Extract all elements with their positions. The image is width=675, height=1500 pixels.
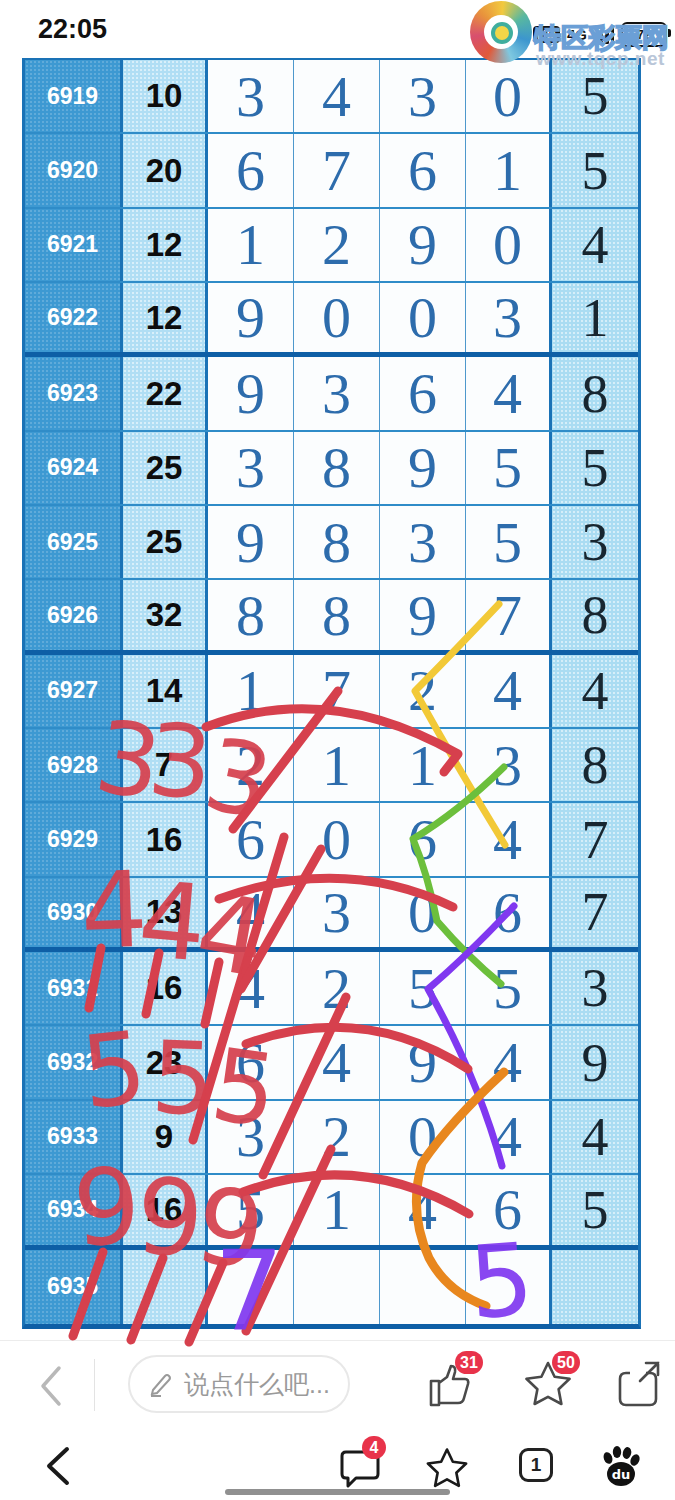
- digit-cell: [380, 1250, 466, 1324]
- share-icon[interactable]: [616, 1359, 664, 1411]
- digit-cell: 5: [380, 952, 466, 1024]
- period-cell: 6923: [25, 357, 123, 429]
- comments-badge: 4: [362, 1436, 386, 1459]
- table-row: 69242538955: [25, 432, 638, 506]
- digit-cell: [208, 1250, 294, 1324]
- digit-cell: 9: [380, 580, 466, 649]
- digit-cell: 0: [380, 1101, 466, 1173]
- tail-cell: [552, 1250, 638, 1324]
- digit-cell: 9: [380, 432, 466, 504]
- digit-cell: 5: [466, 506, 552, 578]
- digit-cell: 5: [466, 432, 552, 504]
- digit-cell: 8: [294, 432, 380, 504]
- digit-cell: 1: [466, 134, 552, 206]
- table-row: 69271417244: [25, 655, 638, 729]
- period-cell: 6927: [25, 655, 123, 727]
- tab-count-button[interactable]: 1: [519, 1448, 553, 1482]
- sum-cell: 20: [123, 134, 208, 206]
- digit-cell: 4: [466, 1026, 552, 1098]
- tail-cell: 5: [552, 60, 638, 132]
- signal-icon: [594, 26, 614, 44]
- comment-input[interactable]: 说点什么吧...: [128, 1355, 350, 1413]
- digit-cell: 1: [380, 729, 466, 801]
- digit-cell: 4: [466, 357, 552, 429]
- digit-cell: 6: [380, 357, 466, 429]
- divider: [94, 1359, 95, 1411]
- table-row: 69252598353: [25, 506, 638, 580]
- digit-cell: 3: [380, 506, 466, 578]
- period-cell: 6920: [25, 134, 123, 206]
- sum-cell: 16: [123, 803, 208, 875]
- digit-cell: 0: [294, 803, 380, 875]
- table-row: 69191034305: [25, 60, 638, 134]
- trend-table: 6919103430569202067615692112129046922129…: [22, 58, 641, 1329]
- tail-cell: 7: [552, 803, 638, 875]
- network-type: 4G: [567, 26, 587, 43]
- digit-cell: 3: [380, 60, 466, 132]
- period-cell: 6919: [25, 60, 123, 132]
- sum-cell: 25: [123, 432, 208, 504]
- digit-cell: 9: [380, 209, 466, 281]
- battery-icon: 72: [621, 22, 667, 47]
- period-cell: 6932: [25, 1026, 123, 1098]
- digit-cell: 2: [294, 1101, 380, 1173]
- sum-cell: 9: [123, 1101, 208, 1173]
- sum-cell: 22: [123, 357, 208, 429]
- status-icons: HD 4G 72: [533, 22, 667, 47]
- digit-cell: 3: [208, 432, 294, 504]
- digit-cell: 1: [294, 729, 380, 801]
- sum-cell: 13: [123, 878, 208, 947]
- digit-cell: 5: [208, 1175, 294, 1244]
- digit-cell: 0: [294, 283, 380, 352]
- digit-cell: 9: [208, 283, 294, 352]
- digit-cell: 3: [208, 1101, 294, 1173]
- digit-cell: 0: [466, 209, 552, 281]
- home-indicator[interactable]: [225, 1489, 450, 1495]
- tail-cell: 4: [552, 655, 638, 727]
- tail-cell: 7: [552, 878, 638, 947]
- digit-cell: 0: [466, 60, 552, 132]
- digit-cell: 6: [466, 1175, 552, 1244]
- period-cell: 6933: [25, 1101, 123, 1173]
- tail-cell: 5: [552, 134, 638, 206]
- svg-text:du: du: [612, 1467, 631, 1482]
- tail-cell: 4: [552, 209, 638, 281]
- table-row: 69291660647: [25, 803, 638, 877]
- status-bar: 22:05 HD 4G 72: [0, 0, 675, 58]
- tail-cell: 3: [552, 506, 638, 578]
- digit-cell: 6: [380, 803, 466, 875]
- table-row: 69221290031: [25, 283, 638, 357]
- table-row: 69341651465: [25, 1175, 638, 1249]
- nav-star-icon[interactable]: [424, 1446, 470, 1492]
- digit-cell: 6: [208, 1026, 294, 1098]
- table-row: 69311642553: [25, 952, 638, 1026]
- digit-cell: 1: [208, 209, 294, 281]
- digit-cell: 8: [208, 580, 294, 649]
- digit-cell: 4: [294, 60, 380, 132]
- digit-cell: 4: [208, 878, 294, 947]
- favorite-badge: 50: [552, 1351, 580, 1374]
- sum-cell: 25: [123, 506, 208, 578]
- digit-cell: 4: [380, 1175, 466, 1244]
- sum-cell: 14: [123, 655, 208, 727]
- sum-cell: 23: [123, 1026, 208, 1098]
- digit-cell: 3: [294, 357, 380, 429]
- period-cell: 6931: [25, 952, 123, 1024]
- app-screen: 22:05 HD 4G 72 特区彩票网 www.tqcp.net 691910…: [0, 0, 675, 1500]
- baidu-paw-icon[interactable]: du: [600, 1444, 642, 1488]
- period-cell: 6930: [25, 878, 123, 947]
- digit-cell: 3: [466, 729, 552, 801]
- digit-cell: 3: [208, 60, 294, 132]
- table-row: 69301343067: [25, 878, 638, 952]
- period-cell: 6921: [25, 209, 123, 281]
- tail-cell: 5: [552, 1175, 638, 1244]
- comment-bar: 说点什么吧... 31 50: [0, 1340, 675, 1431]
- digit-cell: 4: [466, 655, 552, 727]
- nav-back-icon[interactable]: [44, 1446, 72, 1486]
- digit-cell: 4: [208, 952, 294, 1024]
- digit-cell: 1: [294, 1175, 380, 1244]
- digit-cell: 7: [466, 580, 552, 649]
- period-cell: 6926: [25, 580, 123, 649]
- digit-cell: 6: [208, 134, 294, 206]
- back-chevron-icon[interactable]: [38, 1365, 64, 1407]
- table-row: 69202067615: [25, 134, 638, 208]
- status-time: 22:05: [38, 14, 107, 45]
- digit-cell: [466, 1250, 552, 1324]
- tail-cell: 4: [552, 1101, 638, 1173]
- tail-cell: 3: [552, 952, 638, 1024]
- digit-cell: 0: [380, 878, 466, 947]
- pencil-icon: [148, 1370, 176, 1398]
- digit-cell: 8: [294, 506, 380, 578]
- period-cell: 6934: [25, 1175, 123, 1244]
- table-row: 69263288978: [25, 580, 638, 654]
- table-row: 69322364949: [25, 1026, 638, 1100]
- hd-icon: HD: [533, 26, 560, 43]
- period-cell: 6925: [25, 506, 123, 578]
- tail-cell: 8: [552, 729, 638, 801]
- digit-cell: 9: [208, 357, 294, 429]
- sum-cell: 12: [123, 283, 208, 352]
- digit-cell: 7: [294, 655, 380, 727]
- digit-cell: 6: [466, 878, 552, 947]
- sum-cell: 7: [123, 729, 208, 801]
- period-cell: 6924: [25, 432, 123, 504]
- comment-placeholder: 说点什么吧...: [184, 1368, 330, 1401]
- digit-cell: 2: [380, 655, 466, 727]
- tail-cell: 1: [552, 283, 638, 352]
- sum-cell: 10: [123, 60, 208, 132]
- digit-cell: 9: [208, 506, 294, 578]
- digit-cell: 0: [380, 283, 466, 352]
- sum-cell: [123, 1250, 208, 1324]
- digit-cell: 3: [466, 283, 552, 352]
- digit-cell: 1: [208, 655, 294, 727]
- digit-cell: 7: [294, 134, 380, 206]
- tail-cell: 8: [552, 580, 638, 649]
- sum-cell: 16: [123, 1175, 208, 1244]
- digit-cell: 8: [294, 580, 380, 649]
- digit-cell: 5: [466, 952, 552, 1024]
- table-row: 6928721138: [25, 729, 638, 803]
- table-row: 69232293648: [25, 357, 638, 431]
- table-row: 6935: [25, 1250, 638, 1324]
- digit-cell: 9: [380, 1026, 466, 1098]
- digit-cell: 4: [466, 803, 552, 875]
- period-cell: 6922: [25, 283, 123, 352]
- period-cell: 6928: [25, 729, 123, 801]
- sum-cell: 32: [123, 580, 208, 649]
- digit-cell: 2: [208, 729, 294, 801]
- digit-cell: 2: [294, 209, 380, 281]
- tail-cell: 8: [552, 357, 638, 429]
- digit-cell: 4: [294, 1026, 380, 1098]
- digit-cell: 4: [466, 1101, 552, 1173]
- tail-cell: 5: [552, 432, 638, 504]
- sum-cell: 16: [123, 952, 208, 1024]
- table-row: 69211212904: [25, 209, 638, 283]
- like-badge: 31: [455, 1351, 483, 1374]
- table-row: 6933932044: [25, 1101, 638, 1175]
- digit-cell: 3: [294, 878, 380, 947]
- tail-cell: 9: [552, 1026, 638, 1098]
- digit-cell: 2: [294, 952, 380, 1024]
- digit-cell: 6: [208, 803, 294, 875]
- sum-cell: 12: [123, 209, 208, 281]
- period-cell: 6935: [25, 1250, 123, 1324]
- period-cell: 6929: [25, 803, 123, 875]
- digit-cell: 6: [380, 134, 466, 206]
- digit-cell: [294, 1250, 380, 1324]
